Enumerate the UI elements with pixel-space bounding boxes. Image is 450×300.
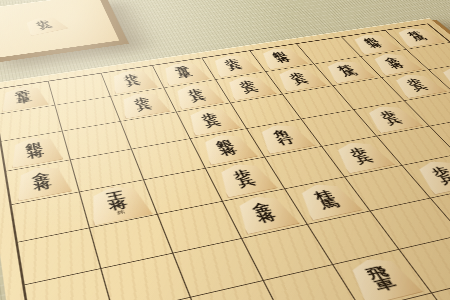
piece-kanji: 銀 将 [271, 51, 292, 63]
piece-kanji: 飛 車 [364, 265, 398, 292]
piece-kanji: 歩 兵 [404, 78, 429, 92]
piece-kanji: 金 将 [383, 57, 407, 69]
shogi-photo: 歩 兵 香 車歩 兵香 車歩 兵銀 将銀 将桂 馬歩 兵歩 兵歩 兵歩 兵桂 馬… [0, 0, 450, 300]
piece-kanji: 角 行 [271, 129, 296, 146]
piece-kanji: 桂 馬 [336, 64, 359, 77]
piece-kanji: 銀 将 [362, 37, 384, 48]
piece-kanji: 歩 兵 [133, 97, 154, 112]
piece-kanji: 歩 兵 [347, 147, 375, 165]
piece-kanji: 歩 兵 [231, 169, 257, 189]
piece-kanji: 王 将 [105, 190, 129, 211]
piece-kanji: 金 将 [250, 202, 278, 224]
piece-kanji: 歩 兵 [378, 110, 404, 126]
piece-kanji: 香 車 [14, 90, 32, 104]
piece-kanji: 桂 馬 [312, 189, 341, 210]
piece-kanji: 銀 将 [215, 139, 239, 157]
piece-kanji: 歩 兵 [186, 88, 207, 102]
piece-kanji: 歩 兵 [288, 72, 311, 85]
piece-kanji: 歩 兵 [200, 112, 223, 128]
piece-kanji: 歩 兵 [429, 166, 450, 185]
piece-kanji: 歩 兵 [122, 74, 141, 87]
piece-kanji: 歩 兵 [223, 59, 244, 72]
maker-signature: 銘 [116, 209, 125, 215]
piece-kanji: 銀 将 [25, 142, 45, 160]
scene-plane: 歩 兵 香 車歩 兵香 車歩 兵銀 将銀 将桂 馬歩 兵歩 兵歩 兵歩 兵桂 馬… [0, 18, 450, 300]
piece-kanji: 香 車 [174, 66, 194, 79]
shogi-piece-歩兵[interactable]: 歩 兵 [20, 14, 69, 36]
piece-kanji: 桂 馬 [406, 31, 429, 42]
piece-kanji: 歩 兵 [238, 80, 260, 94]
piece-kanji: 金 将 [31, 172, 53, 192]
piece-kanji: 歩 兵 [34, 20, 53, 31]
